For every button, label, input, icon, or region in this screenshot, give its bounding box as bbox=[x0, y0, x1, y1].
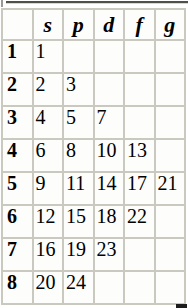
column-header-p: p bbox=[63, 9, 94, 40]
horizontal-rule-bottom-fragment bbox=[176, 304, 187, 308]
cell-7g bbox=[155, 238, 186, 271]
cell-4p: 8 bbox=[63, 139, 94, 172]
cell-5p: 11 bbox=[63, 172, 94, 205]
row-header-2: 2 bbox=[2, 73, 33, 106]
cell-1p bbox=[63, 40, 94, 73]
corner-cell bbox=[2, 9, 33, 40]
cell-6p: 15 bbox=[63, 205, 94, 238]
cell-3g bbox=[155, 106, 186, 139]
cell-7s: 16 bbox=[33, 238, 64, 271]
column-header-d: d bbox=[94, 9, 125, 40]
cell-6f: 22 bbox=[124, 205, 155, 238]
cell-6g bbox=[155, 205, 186, 238]
cell-7d: 23 bbox=[94, 238, 125, 271]
cell-8d bbox=[94, 271, 125, 304]
cell-2f bbox=[124, 73, 155, 106]
cell-3f bbox=[124, 106, 155, 139]
orbital-filling-table: spdfg11223345746810135911141721612151822… bbox=[1, 8, 186, 305]
column-header-f: f bbox=[124, 9, 155, 40]
cell-6s: 12 bbox=[33, 205, 64, 238]
cell-3s: 4 bbox=[33, 106, 64, 139]
cell-7f bbox=[124, 238, 155, 271]
cell-5f: 17 bbox=[124, 172, 155, 205]
cell-5d: 14 bbox=[94, 172, 125, 205]
column-header-s: s bbox=[33, 9, 64, 40]
row-header-4: 4 bbox=[2, 139, 33, 172]
row-header-1: 1 bbox=[2, 40, 33, 73]
cell-3d: 7 bbox=[94, 106, 125, 139]
crop-artifact-top-left bbox=[1, 0, 3, 7]
cell-2d bbox=[94, 73, 125, 106]
cell-8p: 24 bbox=[63, 271, 94, 304]
cell-2p: 3 bbox=[63, 73, 94, 106]
cell-8g bbox=[155, 271, 186, 304]
cell-4s: 6 bbox=[33, 139, 64, 172]
cell-4g bbox=[155, 139, 186, 172]
cell-8f bbox=[124, 271, 155, 304]
column-header-g: g bbox=[155, 9, 186, 40]
cell-2s: 2 bbox=[33, 73, 64, 106]
cell-1g bbox=[155, 40, 186, 73]
cell-2g bbox=[155, 73, 186, 106]
cell-4f: 13 bbox=[124, 139, 155, 172]
cell-5g: 21 bbox=[155, 172, 186, 205]
cell-6d: 18 bbox=[94, 205, 125, 238]
cell-8s: 20 bbox=[33, 271, 64, 304]
cell-7p: 19 bbox=[63, 238, 94, 271]
horizontal-rule-top bbox=[6, 1, 188, 4]
cell-3p: 5 bbox=[63, 106, 94, 139]
row-header-6: 6 bbox=[2, 205, 33, 238]
row-header-8: 8 bbox=[2, 271, 33, 304]
row-header-5: 5 bbox=[2, 172, 33, 205]
cell-1d bbox=[94, 40, 125, 73]
cell-1f bbox=[124, 40, 155, 73]
row-header-3: 3 bbox=[2, 106, 33, 139]
row-header-7: 7 bbox=[2, 238, 33, 271]
cell-5s: 9 bbox=[33, 172, 64, 205]
cell-1s: 1 bbox=[33, 40, 64, 73]
cell-4d: 10 bbox=[94, 139, 125, 172]
